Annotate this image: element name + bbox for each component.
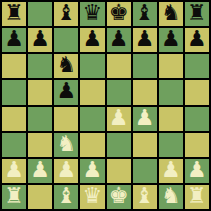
square-e3[interactable]	[107, 133, 131, 157]
square-a2[interactable]: ♟	[2, 159, 26, 183]
square-e4[interactable]: ♟	[107, 107, 131, 131]
black-king: ♚	[109, 2, 129, 24]
white-bishop: ♝	[135, 185, 155, 207]
square-d1[interactable]: ♛	[80, 185, 104, 209]
black-pawn: ♟	[187, 28, 207, 50]
square-a3[interactable]	[2, 133, 26, 157]
square-b6[interactable]	[28, 54, 52, 78]
square-f6[interactable]	[133, 54, 157, 78]
square-b5[interactable]	[28, 80, 52, 104]
black-rook: ♜	[187, 2, 207, 24]
black-pawn: ♟	[109, 28, 129, 50]
black-bishop: ♝	[56, 2, 76, 24]
square-h1[interactable]: ♜	[185, 185, 209, 209]
square-a7[interactable]: ♟	[2, 28, 26, 52]
square-g4[interactable]	[159, 107, 183, 131]
square-a4[interactable]	[2, 107, 26, 131]
black-knight: ♞	[56, 54, 76, 76]
square-h4[interactable]	[185, 107, 209, 131]
square-g2[interactable]: ♟	[159, 159, 183, 183]
square-d6[interactable]	[80, 54, 104, 78]
square-h7[interactable]: ♟	[185, 28, 209, 52]
square-e5[interactable]	[107, 80, 131, 104]
square-e8[interactable]: ♚	[107, 2, 131, 26]
white-bishop: ♝	[56, 185, 76, 207]
square-g1[interactable]: ♞	[159, 185, 183, 209]
square-d8[interactable]: ♛	[80, 2, 104, 26]
square-d5[interactable]	[80, 80, 104, 104]
square-b4[interactable]	[28, 107, 52, 131]
square-f4[interactable]: ♟	[133, 107, 157, 131]
square-b1[interactable]	[28, 185, 52, 209]
square-c4[interactable]	[54, 107, 78, 131]
white-pawn: ♟	[135, 107, 155, 129]
white-pawn: ♟	[161, 159, 181, 181]
square-e7[interactable]: ♟	[107, 28, 131, 52]
square-h5[interactable]	[185, 80, 209, 104]
square-e2[interactable]	[107, 159, 131, 183]
white-pawn: ♟	[30, 159, 50, 181]
square-a5[interactable]	[2, 80, 26, 104]
square-c6[interactable]: ♞	[54, 54, 78, 78]
white-rook: ♜	[187, 185, 207, 207]
square-b8[interactable]	[28, 2, 52, 26]
square-h6[interactable]	[185, 54, 209, 78]
square-a8[interactable]: ♜	[2, 2, 26, 26]
white-king: ♚	[109, 185, 129, 207]
square-d2[interactable]: ♟	[80, 159, 104, 183]
square-f3[interactable]	[133, 133, 157, 157]
square-g6[interactable]	[159, 54, 183, 78]
square-f8[interactable]: ♝	[133, 2, 157, 26]
square-c3[interactable]: ♞	[54, 133, 78, 157]
square-a6[interactable]	[2, 54, 26, 78]
square-b2[interactable]: ♟	[28, 159, 52, 183]
square-e6[interactable]	[107, 54, 131, 78]
white-knight: ♞	[161, 185, 181, 207]
black-pawn: ♟	[4, 28, 24, 50]
square-d4[interactable]	[80, 107, 104, 131]
black-bishop: ♝	[135, 2, 155, 24]
square-e1[interactable]: ♚	[107, 185, 131, 209]
white-queen: ♛	[83, 185, 103, 207]
white-pawn: ♟	[4, 159, 24, 181]
white-pawn: ♟	[109, 107, 129, 129]
square-g8[interactable]: ♞	[159, 2, 183, 26]
square-g7[interactable]: ♟	[159, 28, 183, 52]
white-pawn: ♟	[56, 159, 76, 181]
white-pawn: ♟	[187, 159, 207, 181]
black-knight: ♞	[161, 2, 181, 24]
black-rook: ♜	[4, 2, 24, 24]
square-f1[interactable]: ♝	[133, 185, 157, 209]
square-a1[interactable]: ♜	[2, 185, 26, 209]
square-f2[interactable]	[133, 159, 157, 183]
square-b3[interactable]	[28, 133, 52, 157]
white-knight: ♞	[56, 133, 76, 155]
square-g5[interactable]	[159, 80, 183, 104]
square-h2[interactable]: ♟	[185, 159, 209, 183]
square-c7[interactable]	[54, 28, 78, 52]
square-f7[interactable]: ♟	[133, 28, 157, 52]
square-g3[interactable]	[159, 133, 183, 157]
white-rook: ♜	[4, 185, 24, 207]
square-f5[interactable]	[133, 80, 157, 104]
square-b7[interactable]: ♟	[28, 28, 52, 52]
square-c1[interactable]: ♝	[54, 185, 78, 209]
square-c2[interactable]: ♟	[54, 159, 78, 183]
black-pawn: ♟	[56, 80, 76, 102]
square-c5[interactable]: ♟	[54, 80, 78, 104]
black-pawn: ♟	[83, 28, 103, 50]
white-pawn: ♟	[83, 159, 103, 181]
square-d7[interactable]: ♟	[80, 28, 104, 52]
chess-board: ♜♝♛♚♝♞♜♟♟♟♟♟♟♟♞♟♟♟♞♟♟♟♟♟♟♜♝♛♚♝♞♜	[0, 0, 211, 211]
square-h3[interactable]	[185, 133, 209, 157]
square-d3[interactable]	[80, 133, 104, 157]
black-pawn: ♟	[135, 28, 155, 50]
black-pawn: ♟	[161, 28, 181, 50]
black-pawn: ♟	[30, 28, 50, 50]
black-queen: ♛	[83, 2, 103, 24]
square-c8[interactable]: ♝	[54, 2, 78, 26]
square-h8[interactable]: ♜	[185, 2, 209, 26]
